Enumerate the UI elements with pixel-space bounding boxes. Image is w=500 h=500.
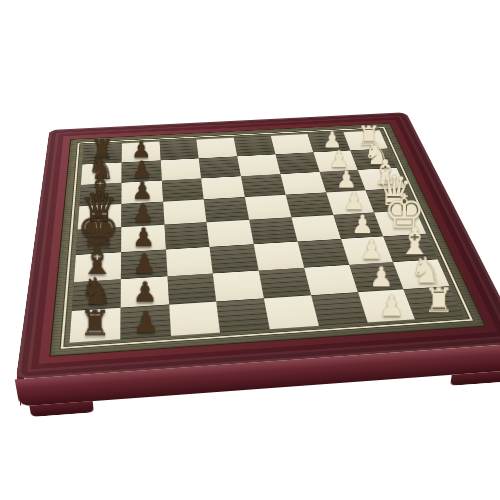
square-c4[interactable] xyxy=(241,174,286,197)
white-rook: ♜ xyxy=(414,284,463,316)
square-c7[interactable]: ♟ xyxy=(121,180,163,204)
board-grid: ♜♟♟♜♞♟♟♞♝♟♟♝♛♟♟♛♚♟♟♚♝♟♟♝♞♟♟♞♜♟♟♜ xyxy=(70,130,463,343)
square-h6[interactable] xyxy=(169,302,221,336)
chess-set-photo: ♜♟♟♜♞♟♟♞♝♟♟♝♛♟♟♛♚♟♟♚♝♟♟♝♞♟♟♞♜♟♟♜ xyxy=(0,0,500,500)
square-h1[interactable]: ♜ xyxy=(404,286,463,319)
square-b1[interactable]: ♞ xyxy=(351,148,397,169)
square-a4[interactable] xyxy=(234,136,276,156)
square-h2[interactable]: ♟ xyxy=(358,289,416,322)
square-a5[interactable] xyxy=(197,138,238,159)
square-h5[interactable] xyxy=(217,299,270,333)
square-b7[interactable]: ♟ xyxy=(121,160,161,182)
square-e8[interactable]: ♚ xyxy=(76,227,121,255)
square-e4[interactable] xyxy=(249,217,297,244)
square-g2[interactable]: ♟ xyxy=(349,262,404,293)
white-rook: ♜ xyxy=(350,124,388,149)
square-g8[interactable]: ♞ xyxy=(72,279,121,311)
square-e3[interactable] xyxy=(291,215,340,242)
pinline: ♜♟♟♜♞♟♟♞♝♟♟♝♛♟♟♛♚♟♟♚♝♟♟♝♞♟♟♞♜♟♟♜ xyxy=(61,127,473,349)
black-pawn: ♟ xyxy=(121,226,165,251)
box-foot-left xyxy=(29,401,94,417)
square-d4[interactable] xyxy=(245,195,291,220)
border-band: ♜♟♟♜♞♟♟♞♝♟♟♝♛♟♟♛♚♟♟♚♝♟♟♝♞♟♟♞♜♟♟♜ xyxy=(50,124,484,356)
black-pawn: ♟ xyxy=(121,202,164,226)
square-b6[interactable] xyxy=(160,158,201,180)
square-h4[interactable] xyxy=(264,295,319,329)
square-e5[interactable] xyxy=(207,220,254,247)
square-f4[interactable] xyxy=(254,241,304,270)
square-f3[interactable] xyxy=(297,239,348,268)
black-pawn: ♟ xyxy=(122,139,161,160)
black-pawn: ♟ xyxy=(121,159,161,181)
box-foot-right xyxy=(450,370,500,385)
black-pawn: ♟ xyxy=(121,251,167,277)
square-f6[interactable] xyxy=(165,247,213,276)
square-c5[interactable] xyxy=(201,176,245,199)
square-d8[interactable]: ♛ xyxy=(78,204,122,230)
square-e7[interactable]: ♟ xyxy=(121,225,166,252)
square-c6[interactable] xyxy=(161,178,203,202)
square-e1[interactable]: ♚ xyxy=(374,210,426,236)
square-b4[interactable] xyxy=(237,154,280,176)
square-a8[interactable]: ♜ xyxy=(82,143,121,164)
black-pawn: ♟ xyxy=(121,179,162,202)
black-pawn: ♟ xyxy=(120,309,170,337)
black-rook: ♜ xyxy=(70,307,120,340)
white-knight: ♞ xyxy=(403,253,450,287)
square-f2[interactable]: ♟ xyxy=(341,236,394,264)
square-c3[interactable] xyxy=(280,172,326,195)
square-f7[interactable]: ♟ xyxy=(121,249,167,279)
chess-board-box: ♜♟♟♜♞♟♟♞♝♟♟♝♛♟♟♛♚♟♟♚♝♟♟♝♞♟♟♞♜♟♟♜ xyxy=(16,112,500,379)
square-e6[interactable] xyxy=(164,222,210,249)
square-f1[interactable]: ♝ xyxy=(383,234,437,262)
square-d5[interactable] xyxy=(204,197,249,222)
square-g4[interactable] xyxy=(259,267,311,298)
square-d7[interactable]: ♟ xyxy=(121,202,164,227)
square-a6[interactable] xyxy=(159,140,199,161)
square-f8[interactable]: ♝ xyxy=(74,252,121,282)
black-pawn: ♟ xyxy=(121,279,169,306)
square-f5[interactable] xyxy=(210,244,259,273)
square-d1[interactable]: ♛ xyxy=(366,188,416,212)
square-b8[interactable]: ♞ xyxy=(81,162,122,184)
square-d3[interactable] xyxy=(285,193,332,218)
square-b3[interactable] xyxy=(275,152,319,174)
square-g5[interactable] xyxy=(213,270,264,301)
square-c8[interactable]: ♝ xyxy=(79,183,121,207)
square-h7[interactable]: ♟ xyxy=(120,305,170,340)
white-bishop: ♝ xyxy=(393,224,438,260)
square-c1[interactable]: ♝ xyxy=(358,168,406,191)
square-g7[interactable]: ♟ xyxy=(120,276,168,308)
white-pawn: ♟ xyxy=(332,190,374,213)
square-d6[interactable] xyxy=(163,199,207,224)
square-b5[interactable] xyxy=(199,156,241,178)
square-a7[interactable]: ♟ xyxy=(121,142,160,163)
square-a1[interactable]: ♜ xyxy=(344,130,388,150)
black-rook: ♜ xyxy=(83,137,122,163)
square-h8[interactable]: ♜ xyxy=(70,308,121,343)
white-pawn: ♟ xyxy=(357,264,404,290)
white-pawn: ♟ xyxy=(348,237,393,262)
square-g6[interactable] xyxy=(167,273,216,305)
square-g1[interactable]: ♞ xyxy=(393,259,449,289)
board-frame: ♜♟♟♜♞♟♟♞♝♟♟♝♛♟♟♛♚♟♟♚♝♟♟♝♞♟♟♞♜♟♟♜ xyxy=(16,112,500,379)
square-a3[interactable] xyxy=(271,134,313,154)
